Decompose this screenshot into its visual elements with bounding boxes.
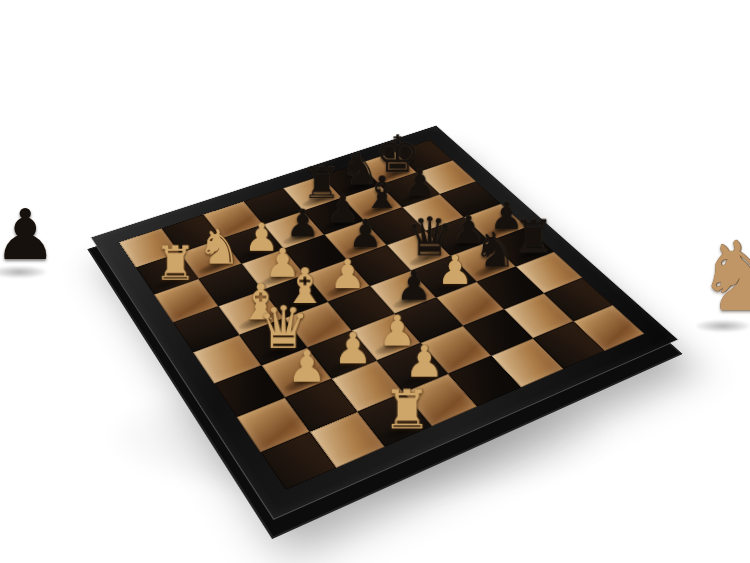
loose-black-pawn-shadow bbox=[0, 266, 46, 278]
square-d1 bbox=[404, 374, 478, 426]
square-b3: ♟ bbox=[262, 348, 332, 398]
loose-white-knight: ♞ bbox=[696, 234, 750, 320]
loose-black-pawn: ♟ bbox=[0, 204, 42, 267]
black-pawn-glyph: ♟ bbox=[0, 204, 42, 267]
square-a4 bbox=[193, 335, 262, 384]
piece-shadow bbox=[196, 256, 238, 276]
piece-shadow bbox=[380, 417, 427, 444]
product-photo: ♜♞♚♜♞♟♟♟♝♟♟♟♝♝♟♛♟♟♛♟♟♞♜♟♟♟♟♜ ♟ ♞ bbox=[0, 0, 750, 563]
loose-white-knight-shadow bbox=[696, 320, 750, 332]
piece-shadow bbox=[259, 267, 301, 288]
white-knight-glyph: ♞ bbox=[696, 234, 750, 320]
